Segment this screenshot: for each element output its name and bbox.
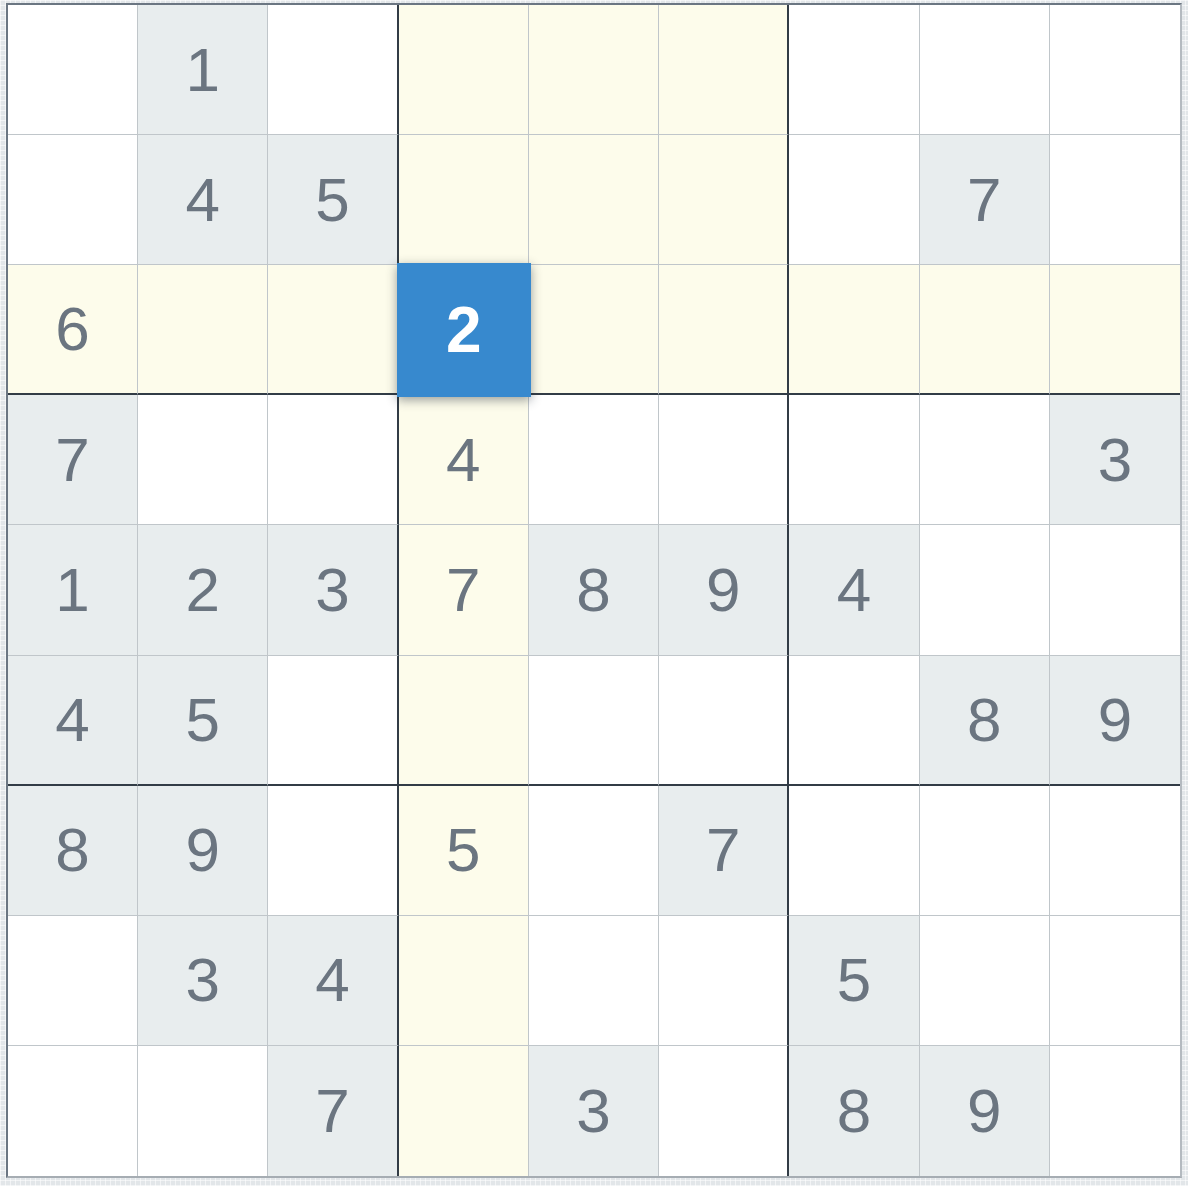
- digit: 5: [315, 169, 349, 231]
- cell-r1c6[interactable]: [659, 5, 789, 135]
- cell-r5c4[interactable]: 7: [399, 525, 529, 655]
- digit: 3: [1098, 429, 1132, 491]
- cell-r5c5[interactable]: 8: [529, 525, 659, 655]
- digit: 2: [186, 559, 220, 621]
- cell-r1c4[interactable]: [399, 5, 529, 135]
- cell-r2c4[interactable]: [399, 135, 529, 265]
- cell-r3c6[interactable]: [659, 265, 789, 395]
- cell-r6c1[interactable]: 4: [8, 656, 138, 786]
- cell-r2c5[interactable]: [529, 135, 659, 265]
- cell-r4c4[interactable]: 4: [399, 395, 529, 525]
- cell-r9c3[interactable]: 7: [268, 1046, 398, 1176]
- cell-r3c5[interactable]: [529, 265, 659, 395]
- cell-r8c8[interactable]: [920, 916, 1050, 1046]
- cell-r9c5[interactable]: 3: [529, 1046, 659, 1176]
- cell-r6c9[interactable]: 9: [1050, 656, 1180, 786]
- digit: 8: [55, 819, 89, 881]
- cell-r1c5[interactable]: [529, 5, 659, 135]
- cell-r2c6[interactable]: [659, 135, 789, 265]
- cell-r8c4[interactable]: [399, 916, 529, 1046]
- cell-r1c3[interactable]: [268, 5, 398, 135]
- cell-r2c7[interactable]: [789, 135, 919, 265]
- cell-r4c7[interactable]: [789, 395, 919, 525]
- page-background: { "game": "sudoku", "board": { "rows": 9…: [0, 0, 1188, 1186]
- cell-r4c9[interactable]: 3: [1050, 395, 1180, 525]
- cell-r3c1[interactable]: 6: [8, 265, 138, 395]
- cell-r5c6[interactable]: 9: [659, 525, 789, 655]
- cell-r7c6[interactable]: 7: [659, 786, 789, 916]
- digit: 3: [315, 559, 349, 621]
- digit: 9: [1098, 689, 1132, 751]
- digit: 5: [186, 689, 220, 751]
- cell-r9c2[interactable]: [138, 1046, 268, 1176]
- digit: 9: [186, 819, 220, 881]
- cell-r7c8[interactable]: [920, 786, 1050, 916]
- digit: 7: [315, 1080, 349, 1142]
- sudoku-board: 1457627431237894458989573457389: [6, 3, 1182, 1178]
- cell-r6c2[interactable]: 5: [138, 656, 268, 786]
- cell-r8c9[interactable]: [1050, 916, 1180, 1046]
- cell-r4c5[interactable]: [529, 395, 659, 525]
- cell-r8c5[interactable]: [529, 916, 659, 1046]
- cell-r8c3[interactable]: 4: [268, 916, 398, 1046]
- cell-r5c8[interactable]: [920, 525, 1050, 655]
- cell-r1c1[interactable]: [8, 5, 138, 135]
- cell-r6c7[interactable]: [789, 656, 919, 786]
- digit: 1: [186, 39, 220, 101]
- cell-r5c2[interactable]: 2: [138, 525, 268, 655]
- cell-r7c5[interactable]: [529, 786, 659, 916]
- cell-r4c8[interactable]: [920, 395, 1050, 525]
- cell-r4c3[interactable]: [268, 395, 398, 525]
- cell-r3c7[interactable]: [789, 265, 919, 395]
- cell-r4c2[interactable]: [138, 395, 268, 525]
- cell-r5c1[interactable]: 1: [8, 525, 138, 655]
- cell-r7c4[interactable]: 5: [399, 786, 529, 916]
- digit: 9: [706, 559, 740, 621]
- digit: 4: [446, 429, 480, 491]
- cell-r5c9[interactable]: [1050, 525, 1180, 655]
- digit: 8: [576, 559, 610, 621]
- cell-r2c3[interactable]: 5: [268, 135, 398, 265]
- cell-r1c9[interactable]: [1050, 5, 1180, 135]
- cell-r3c9[interactable]: [1050, 265, 1180, 395]
- digit: 4: [186, 169, 220, 231]
- cell-r1c2[interactable]: 1: [138, 5, 268, 135]
- cell-r2c1[interactable]: [8, 135, 138, 265]
- digit: 4: [55, 689, 89, 751]
- digit: 7: [967, 169, 1001, 231]
- cell-r9c4[interactable]: [399, 1046, 529, 1176]
- digit: 4: [837, 559, 871, 621]
- cell-r1c8[interactable]: [920, 5, 1050, 135]
- cell-r7c1[interactable]: 8: [8, 786, 138, 916]
- digit: 3: [576, 1080, 610, 1142]
- cell-r7c7[interactable]: [789, 786, 919, 916]
- cell-r4c1[interactable]: 7: [8, 395, 138, 525]
- cell-r9c9[interactable]: [1050, 1046, 1180, 1176]
- cell-r9c1[interactable]: [8, 1046, 138, 1176]
- cell-r9c6[interactable]: [659, 1046, 789, 1176]
- cell-r1c7[interactable]: [789, 5, 919, 135]
- digit: 6: [55, 298, 89, 360]
- cell-r4c6[interactable]: [659, 395, 789, 525]
- cell-r2c9[interactable]: [1050, 135, 1180, 265]
- digit: 7: [706, 819, 740, 881]
- cell-r7c2[interactable]: 9: [138, 786, 268, 916]
- cell-r9c8[interactable]: 9: [920, 1046, 1050, 1176]
- digit: 7: [446, 559, 480, 621]
- digit: 8: [837, 1080, 871, 1142]
- cell-r6c4[interactable]: [399, 656, 529, 786]
- digit: 9: [967, 1080, 1001, 1142]
- cell-r6c6[interactable]: [659, 656, 789, 786]
- digit: 4: [315, 949, 349, 1011]
- cell-r8c2[interactable]: 3: [138, 916, 268, 1046]
- digit: 5: [446, 819, 480, 881]
- cell-r6c3[interactable]: [268, 656, 398, 786]
- digit: 5: [837, 949, 871, 1011]
- digit: 1: [55, 559, 89, 621]
- cell-r2c8[interactable]: 7: [920, 135, 1050, 265]
- cell-r3c2[interactable]: [138, 265, 268, 395]
- cell-r8c6[interactable]: [659, 916, 789, 1046]
- cell-r8c1[interactable]: [8, 916, 138, 1046]
- cell-r9c7[interactable]: 8: [789, 1046, 919, 1176]
- digit: 8: [967, 689, 1001, 751]
- cell-r8c7[interactable]: 5: [789, 916, 919, 1046]
- digit: 7: [55, 429, 89, 491]
- selected-digit: 2: [446, 298, 482, 362]
- cell-r5c7[interactable]: 4: [789, 525, 919, 655]
- digit: 3: [186, 949, 220, 1011]
- cell-r6c8[interactable]: 8: [920, 656, 1050, 786]
- cell-r3c3[interactable]: [268, 265, 398, 395]
- cell-r6c5[interactable]: [529, 656, 659, 786]
- cell-r2c2[interactable]: 4: [138, 135, 268, 265]
- cell-r3c8[interactable]: [920, 265, 1050, 395]
- cell-r3c4[interactable]: 2: [397, 263, 531, 397]
- cell-r7c9[interactable]: [1050, 786, 1180, 916]
- cell-r7c3[interactable]: [268, 786, 398, 916]
- cell-r5c3[interactable]: 3: [268, 525, 398, 655]
